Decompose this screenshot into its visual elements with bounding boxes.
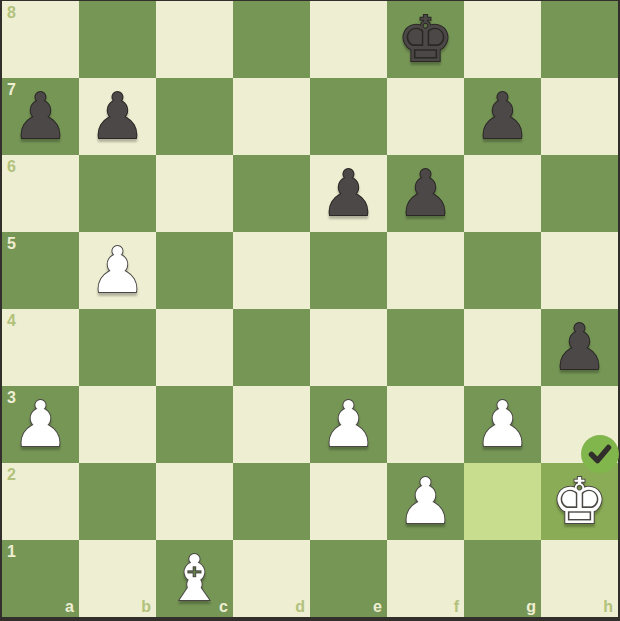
black-king[interactable]: ♚ <box>387 1 464 78</box>
square-f8[interactable]: ♚ <box>387 1 464 78</box>
square-f5[interactable] <box>387 232 464 309</box>
square-g4[interactable] <box>464 309 541 386</box>
file-label-h: h <box>603 599 613 615</box>
square-e3[interactable]: ♟ <box>310 386 387 463</box>
rank-label-6: 6 <box>7 159 16 175</box>
square-f7[interactable] <box>387 78 464 155</box>
black-pawn[interactable]: ♟ <box>464 78 541 155</box>
square-b4[interactable] <box>79 309 156 386</box>
square-g5[interactable] <box>464 232 541 309</box>
white-pawn[interactable]: ♟ <box>464 386 541 463</box>
square-e1[interactable]: e <box>310 540 387 617</box>
square-f4[interactable] <box>387 309 464 386</box>
square-a1[interactable]: 1a <box>2 540 79 617</box>
square-h4[interactable]: ♟ <box>541 309 618 386</box>
square-e5[interactable] <box>310 232 387 309</box>
square-c3[interactable] <box>156 386 233 463</box>
square-g7[interactable]: ♟ <box>464 78 541 155</box>
square-f2[interactable]: ♟ <box>387 463 464 540</box>
square-a3[interactable]: 3♟ <box>2 386 79 463</box>
black-pawn[interactable]: ♟ <box>79 78 156 155</box>
white-pawn[interactable]: ♟ <box>79 232 156 309</box>
white-king[interactable]: ♚ <box>541 463 618 540</box>
square-f1[interactable]: f <box>387 540 464 617</box>
square-b5[interactable]: ♟ <box>79 232 156 309</box>
square-d4[interactable] <box>233 309 310 386</box>
white-pawn[interactable]: ♟ <box>387 463 464 540</box>
square-g8[interactable] <box>464 1 541 78</box>
square-h7[interactable] <box>541 78 618 155</box>
white-pawn[interactable]: ♟ <box>2 386 79 463</box>
square-d2[interactable] <box>233 463 310 540</box>
square-g2[interactable] <box>464 463 541 540</box>
square-a7[interactable]: 7♟ <box>2 78 79 155</box>
square-e7[interactable] <box>310 78 387 155</box>
square-c5[interactable] <box>156 232 233 309</box>
rank-label-8: 8 <box>7 5 16 21</box>
square-h8[interactable] <box>541 1 618 78</box>
square-g6[interactable] <box>464 155 541 232</box>
square-a2[interactable]: 2 <box>2 463 79 540</box>
white-pawn[interactable]: ♟ <box>310 386 387 463</box>
chess-board[interactable]: 8♚7♟♟♟6♟♟5♟4♟3♟♟♟2♟♚1abc♝defgh <box>2 1 618 617</box>
square-c7[interactable] <box>156 78 233 155</box>
square-b2[interactable] <box>79 463 156 540</box>
square-b6[interactable] <box>79 155 156 232</box>
square-e8[interactable] <box>310 1 387 78</box>
rank-label-4: 4 <box>7 313 16 329</box>
square-c8[interactable] <box>156 1 233 78</box>
square-g1[interactable]: g <box>464 540 541 617</box>
square-f6[interactable]: ♟ <box>387 155 464 232</box>
black-pawn[interactable]: ♟ <box>310 155 387 232</box>
square-b8[interactable] <box>79 1 156 78</box>
square-a4[interactable]: 4 <box>2 309 79 386</box>
square-a5[interactable]: 5 <box>2 232 79 309</box>
square-d5[interactable] <box>233 232 310 309</box>
board-frame: { "game": "chess", "app_style": "chess.c… <box>0 0 620 621</box>
rank-label-2: 2 <box>7 467 16 483</box>
square-g3[interactable]: ♟ <box>464 386 541 463</box>
square-e6[interactable]: ♟ <box>310 155 387 232</box>
square-h6[interactable] <box>541 155 618 232</box>
rank-label-5: 5 <box>7 236 16 252</box>
square-c1[interactable]: c♝ <box>156 540 233 617</box>
black-pawn[interactable]: ♟ <box>2 78 79 155</box>
file-label-g: g <box>526 599 536 615</box>
square-h5[interactable] <box>541 232 618 309</box>
file-label-a: a <box>65 599 74 615</box>
square-h1[interactable]: h <box>541 540 618 617</box>
square-c6[interactable] <box>156 155 233 232</box>
square-d6[interactable] <box>233 155 310 232</box>
square-d8[interactable] <box>233 1 310 78</box>
square-e4[interactable] <box>310 309 387 386</box>
rank-label-1: 1 <box>7 544 16 560</box>
square-e2[interactable] <box>310 463 387 540</box>
square-h2[interactable]: ♚ <box>541 463 618 540</box>
file-label-e: e <box>373 599 382 615</box>
square-a8[interactable]: 8 <box>2 1 79 78</box>
square-f3[interactable] <box>387 386 464 463</box>
square-c2[interactable] <box>156 463 233 540</box>
square-d3[interactable] <box>233 386 310 463</box>
file-label-f: f <box>454 599 459 615</box>
white-bishop[interactable]: ♝ <box>156 540 233 617</box>
square-h3[interactable] <box>541 386 618 463</box>
square-b1[interactable]: b <box>79 540 156 617</box>
black-pawn[interactable]: ♟ <box>541 309 618 386</box>
square-a6[interactable]: 6 <box>2 155 79 232</box>
square-b7[interactable]: ♟ <box>79 78 156 155</box>
square-c4[interactable] <box>156 309 233 386</box>
file-label-b: b <box>141 599 151 615</box>
square-d7[interactable] <box>233 78 310 155</box>
square-d1[interactable]: d <box>233 540 310 617</box>
black-pawn[interactable]: ♟ <box>387 155 464 232</box>
square-b3[interactable] <box>79 386 156 463</box>
file-label-d: d <box>295 599 305 615</box>
